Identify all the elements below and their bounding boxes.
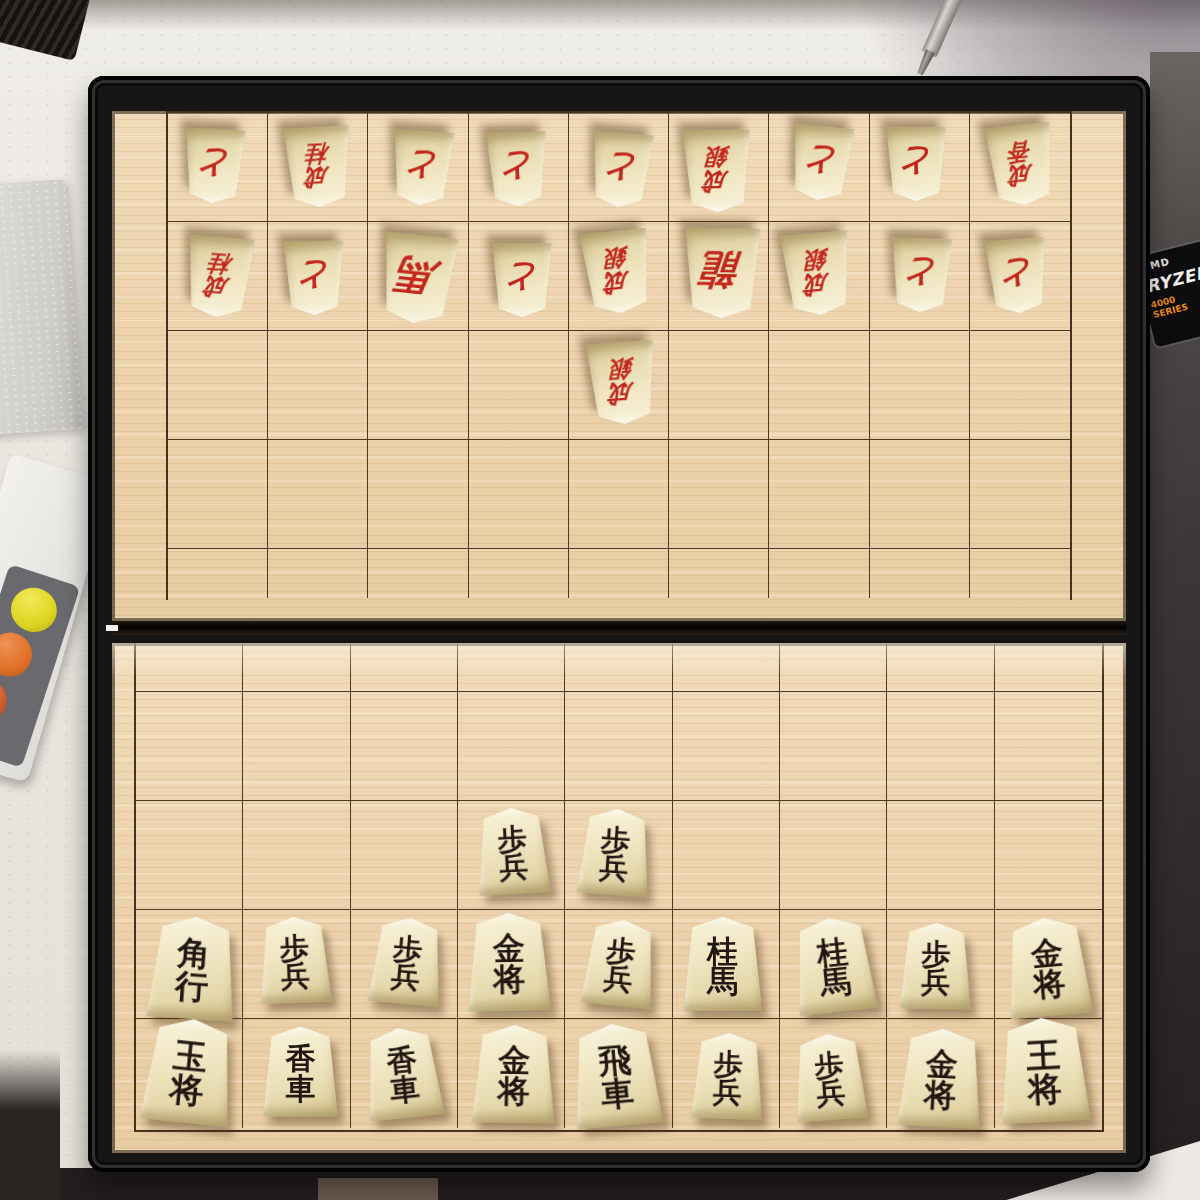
cell-1-7[interactable]: と [769,113,869,222]
cell-9-5[interactable]: 飛車 [565,1019,672,1128]
piece-と[interactable]: と [885,127,947,201]
desk-scene: AMD RYZEN 4000 SERIES と成桂ととと成銀とと成香成桂と馬と成… [0,0,1200,1200]
cell-7-1[interactable] [136,801,243,910]
floor-shadow [0,1168,1200,1200]
cell-9-8[interactable]: 金将 [887,1019,994,1128]
piece-成銀[interactable]: 成銀 [681,129,752,212]
cell-2-5[interactable]: 成銀 [569,222,669,331]
piece-金将[interactable]: 金将 [470,1024,558,1123]
piece-玉将[interactable]: 玉将 [138,1014,240,1127]
cell-9-4[interactable]: 金将 [458,1019,565,1128]
piece-kanji-label: 香車 [261,1035,339,1113]
piece-kanji-label: 金将 [896,1035,986,1125]
cell-3-2[interactable] [268,331,368,440]
shogi-board: と成桂ととと成銀とと成香成桂と馬と成銀龍成銀とと成銀 歩兵歩兵角行歩兵歩兵金将歩… [88,76,1150,1172]
piece-金将[interactable]: 金将 [1001,914,1095,1019]
piece-kanji-label: と [785,126,858,196]
piece-kanji-label: と [485,134,549,201]
piece-龍[interactable]: 龍 [682,227,762,318]
cell-9-7[interactable]: 歩兵 [780,1019,887,1128]
piece-歩兵[interactable]: 歩兵 [579,916,662,1009]
cell-6-6[interactable] [673,692,780,801]
piece-歩兵[interactable]: 歩兵 [474,806,552,896]
cell-4-9[interactable] [970,440,1070,549]
piece-香車[interactable]: 香車 [261,1027,339,1117]
cell-5-7[interactable] [780,643,887,692]
piece-kanji-label: 飛車 [568,1029,665,1125]
piece-kanji-label: 成桂 [283,128,352,201]
cell-6-8[interactable] [887,692,994,801]
cell-1-9[interactable]: 成香 [970,113,1070,222]
cell-1-8[interactable]: と [870,113,970,222]
cell-8-6[interactable]: 桂馬 [673,910,780,1019]
piece-成桂[interactable]: 成桂 [282,125,354,208]
piece-kanji-label: 歩兵 [899,930,974,1006]
cell-7-8[interactable] [887,801,994,910]
piece-kanji-label: 歩兵 [791,1039,870,1119]
piece-香車[interactable]: 香車 [359,1024,446,1122]
piece-kanji-label: 成銀 [587,343,657,419]
cell-1-6[interactable]: 成銀 [669,113,769,222]
cell-8-5[interactable]: 歩兵 [565,910,672,1019]
cell-3-6[interactable] [669,331,769,440]
cell-7-6[interactable] [673,801,780,910]
piece-成銀[interactable]: 成銀 [578,228,656,317]
piece-歩兵[interactable]: 歩兵 [366,915,447,1007]
cell-5-1[interactable] [136,643,243,692]
cell-5-5[interactable] [569,549,669,598]
piece-kanji-label: 歩兵 [367,923,447,1004]
piece-馬[interactable]: 馬 [376,231,461,326]
cell-4-3[interactable] [368,440,468,549]
cell-5-1[interactable] [168,549,268,598]
piece-と[interactable]: と [181,127,247,204]
piece-歩兵[interactable]: 歩兵 [899,922,974,1009]
cell-3-4[interactable] [469,331,569,440]
cell-2-4[interactable]: と [469,222,569,331]
cell-3-5[interactable]: 成銀 [569,331,669,440]
cell-5-5[interactable] [565,643,672,692]
cell-6-3[interactable] [351,692,458,801]
piece-と[interactable]: と [983,237,1050,315]
piece-kanji-label: 歩兵 [576,814,655,894]
cell-3-8[interactable] [870,331,970,440]
cell-1-1[interactable]: と [168,113,268,222]
cell-3-7[interactable] [769,331,869,440]
piece-金将[interactable]: 金将 [465,912,553,1011]
piece-成銀[interactable]: 成銀 [585,340,661,427]
cell-4-5[interactable] [569,440,669,549]
cell-5-8[interactable] [870,549,970,598]
piece-kanji-label: と [179,130,249,197]
piece-kanji-label: 香車 [360,1032,446,1118]
cell-4-6[interactable] [669,440,769,549]
grid-bottom-half: 歩兵歩兵角行歩兵歩兵金将歩兵桂馬桂馬歩兵金将玉将香車香車金将飛車歩兵歩兵金将王将 [134,643,1104,1132]
cell-3-3[interactable] [368,331,468,440]
cell-5-9[interactable] [995,643,1102,692]
cell-7-7[interactable] [780,801,887,910]
piece-kanji-label: 桂馬 [789,922,879,1012]
cell-6-9[interactable] [995,692,1102,801]
cell-4-4[interactable] [469,440,569,549]
board-top-half: と成桂ととと成銀とと成香成桂と馬と成銀龍成銀とと成銀 [112,111,1126,621]
piece-kanji-label: 成銀 [581,231,653,310]
cell-5-2[interactable] [243,643,350,692]
cell-5-3[interactable] [351,643,458,692]
cell-7-9[interactable] [995,801,1102,910]
yellow-button [5,582,62,638]
cell-6-4[interactable] [458,692,565,801]
piece-kanji-label: 金将 [465,921,552,1008]
cell-3-1[interactable] [168,331,268,440]
piece-歩兵[interactable]: 歩兵 [689,1031,766,1120]
cell-7-4[interactable]: 歩兵 [458,801,565,910]
cell-6-2[interactable] [243,692,350,801]
piece-kanji-label: と [883,130,950,194]
piece-kanji-label: 金将 [470,1033,557,1120]
piece-kanji-label: 玉将 [138,1023,239,1123]
cell-8-7[interactable]: 桂馬 [780,910,887,1019]
piece-kanji-label: と [586,134,658,203]
piece-飛車[interactable]: 飛車 [567,1020,666,1129]
cell-5-2[interactable] [268,549,368,598]
cell-8-9[interactable]: 金将 [995,910,1102,1019]
board-inner: と成桂ととと成銀とと成香成桂と馬と成銀龍成銀とと成銀 歩兵歩兵角行歩兵歩兵金将歩… [112,100,1126,1134]
piece-kanji-label: 角行 [145,923,241,1018]
piece-kanji-label: 歩兵 [580,924,661,1006]
cell-1-3[interactable]: と [368,113,468,222]
cell-4-7[interactable] [769,440,869,549]
grid-top-half: と成桂ととと成銀とと成香成桂と馬と成銀龍成銀とと成銀 [166,111,1072,600]
piece-成銀[interactable]: 成銀 [778,230,855,318]
piece-kanji-label: 成銀 [781,233,852,311]
piece-歩兵[interactable]: 歩兵 [257,916,334,1005]
cell-8-2[interactable]: 歩兵 [243,910,350,1019]
hinge-gap [106,625,118,631]
cell-9-6[interactable]: 歩兵 [673,1019,780,1128]
piece-kanji-label: 金将 [1002,923,1095,1015]
cell-5-6[interactable] [673,643,780,692]
cell-9-1[interactable]: 玉将 [136,1019,243,1128]
cell-7-5[interactable]: 歩兵 [565,801,672,910]
piece-kanji-label: 龍 [679,231,764,311]
cell-6-1[interactable] [136,692,243,801]
piece-歩兵[interactable]: 歩兵 [576,807,656,898]
cell-2-3[interactable]: 馬 [368,222,468,331]
piece-桂馬[interactable]: 桂馬 [682,917,764,1011]
piece-kanji-label: と [489,246,556,310]
cell-4-2[interactable] [268,440,368,549]
piece-kanji-label: と [387,132,458,200]
piece-kanji-label: 歩兵 [689,1039,766,1116]
piece-と[interactable]: と [491,243,553,317]
cell-2-8[interactable]: と [870,222,970,331]
piece-と[interactable]: と [587,130,655,209]
cell-1-2[interactable]: 成桂 [268,113,368,222]
piece-kanji-label: 歩兵 [474,814,552,893]
cell-5-4[interactable] [469,549,569,598]
cell-2-6[interactable]: 龍 [669,222,769,331]
cell-7-2[interactable] [243,801,350,910]
piece-kanji-label: と [281,243,346,309]
cell-5-7[interactable] [769,549,869,598]
cell-4-8[interactable] [870,440,970,549]
cell-1-5[interactable]: と [569,113,669,222]
piece-kanji-label: 王将 [996,1025,1093,1120]
piece-と[interactable]: と [485,131,550,207]
board-bottom-half: 歩兵歩兵角行歩兵歩兵金将歩兵桂馬桂馬歩兵金将玉将香車香車金将飛車歩兵歩兵金将王将 [112,643,1126,1153]
piece-と[interactable]: と [786,123,855,203]
piece-kanji-label: と [887,240,956,306]
cell-5-4[interactable] [458,643,565,692]
orange-button [0,627,38,682]
piece-kanji-label: 成香 [986,125,1056,202]
piece-成桂[interactable]: 成桂 [181,234,256,320]
piece-kanji-label: 成桂 [179,238,258,313]
cell-7-3[interactable] [351,801,458,910]
cell-8-1[interactable]: 角行 [136,910,243,1019]
fold-hinge [112,621,1126,635]
cell-5-8[interactable] [887,643,994,692]
cell-9-3[interactable]: 香車 [351,1019,458,1128]
piece-と[interactable]: と [389,129,456,207]
cell-4-1[interactable] [168,440,268,549]
cell-8-8[interactable]: 歩兵 [887,910,994,1019]
cell-2-9[interactable]: と [970,222,1070,331]
cell-2-2[interactable]: と [268,222,368,331]
orange-button-2 [0,674,12,727]
bottom-left-shadow [0,1050,60,1200]
piece-kanji-label: と [986,240,1048,309]
piece-と[interactable]: と [282,240,345,315]
cell-2-7[interactable]: 成銀 [769,222,869,331]
cell-3-9[interactable] [970,331,1070,440]
cell-2-1[interactable]: 成桂 [168,222,268,331]
cell-8-4[interactable]: 金将 [458,910,565,1019]
dark-box: AMD RYZEN 4000 SERIES [1150,52,1200,1162]
piece-金将[interactable]: 金将 [896,1026,987,1128]
cell-5-6[interactable] [669,549,769,598]
cell-5-9[interactable] [970,549,1070,598]
piece-歩兵[interactable]: 歩兵 [790,1031,870,1122]
piece-kanji-label: 歩兵 [257,923,334,1000]
piece-角行[interactable]: 角行 [145,914,242,1022]
piece-と[interactable]: と [889,237,954,313]
cell-9-2[interactable]: 香車 [243,1019,350,1128]
piece-kanji-label: 馬 [374,235,463,319]
cell-8-3[interactable]: 歩兵 [351,910,458,1019]
cell-6-7[interactable] [780,692,887,801]
piece-kanji-label: 桂馬 [682,925,764,1007]
cell-6-5[interactable] [565,692,672,801]
piece-成香[interactable]: 成香 [983,122,1059,209]
piece-王将[interactable]: 王将 [996,1015,1093,1124]
cell-9-9[interactable]: 王将 [995,1019,1102,1128]
floor-patch [318,1178,438,1200]
piece-kanji-label: 成銀 [680,133,754,206]
cell-5-3[interactable] [368,549,468,598]
cell-1-4[interactable]: と [469,113,569,222]
piece-桂馬[interactable]: 桂馬 [788,914,879,1016]
